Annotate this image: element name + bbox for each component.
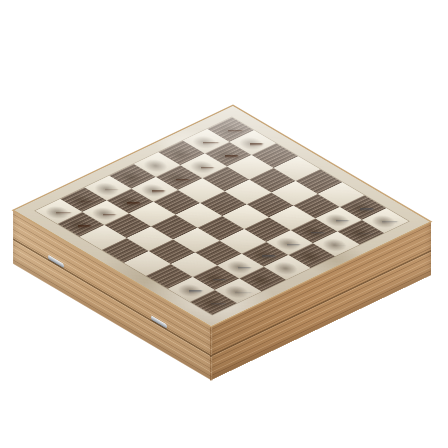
scene: ♜♟♟♜♞♟♟♞♝♟♟♝♚♟♟♚♛♟♟♛♝♟♟♝♞♟♟♞♜♟♟♜ xyxy=(0,0,448,448)
piece-black-pawn-a7: ♟ xyxy=(46,194,112,231)
square-a1: ♜ xyxy=(190,290,237,315)
square-a7: ♟ xyxy=(58,212,105,237)
product-photo: ♜♟♟♜♞♟♟♞♝♟♟♝♚♟♟♚♛♟♟♛♝♟♟♝♞♟♟♞♜♟♟♜ xyxy=(0,0,448,448)
piece-white-rook-a1: ♜ xyxy=(176,261,245,308)
chess-box: ♜♟♟♜♞♟♟♞♝♟♟♝♚♟♟♚♛♟♟♛♝♟♟♝♞♟♟♞♜♟♟♜ xyxy=(12,104,433,327)
